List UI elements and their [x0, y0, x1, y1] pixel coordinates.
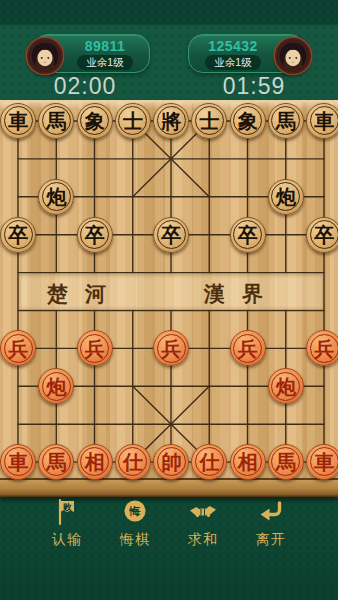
piece-character: 卒	[8, 225, 28, 245]
resign-flag-icon: 败	[52, 497, 82, 527]
piece-character: 仕	[123, 452, 143, 472]
piece-character: 士	[123, 111, 143, 131]
piece-character: 兵	[8, 339, 28, 359]
piece-red[interactable]: 仕	[115, 444, 151, 480]
action-bar: 败 认输 悔 悔棋	[0, 497, 338, 557]
draw-button[interactable]: 求和	[178, 497, 228, 549]
avatar-face-icon	[29, 40, 61, 72]
piece-character: 馬	[46, 111, 66, 131]
piece-black[interactable]: 炮	[268, 179, 304, 215]
piece-red[interactable]: 兵	[77, 330, 113, 366]
piece-character: 卒	[238, 225, 258, 245]
piece-character: 炮	[46, 187, 66, 207]
piece-red[interactable]: 炮	[268, 368, 304, 404]
piece-character: 卒	[161, 225, 181, 245]
player-right-rank-badge: 业余1级	[205, 55, 260, 70]
piece-character: 兵	[161, 339, 181, 359]
piece-character: 卒	[85, 225, 105, 245]
piece-red[interactable]: 馬	[268, 444, 304, 480]
piece-character: 將	[161, 111, 181, 131]
piece-black[interactable]: 卒	[153, 217, 189, 253]
svg-text:败: 败	[62, 502, 72, 512]
piece-character: 炮	[276, 187, 296, 207]
player-right-avatar[interactable]	[275, 38, 311, 74]
piece-character: 馬	[276, 452, 296, 472]
piece-black[interactable]: 車	[0, 103, 36, 139]
piece-black[interactable]: 將	[153, 103, 189, 139]
player-left-score: 89811	[85, 38, 126, 54]
piece-black[interactable]: 士	[191, 103, 227, 139]
piece-red[interactable]: 兵	[230, 330, 266, 366]
piece-black[interactable]: 馬	[268, 103, 304, 139]
piece-black[interactable]: 車	[306, 103, 338, 139]
piece-black[interactable]: 象	[230, 103, 266, 139]
piece-red[interactable]: 兵	[0, 330, 36, 366]
piece-character: 炮	[46, 377, 66, 397]
handshake-icon	[188, 497, 218, 527]
avatar-face-icon	[277, 40, 309, 72]
piece-black[interactable]: 象	[77, 103, 113, 139]
piece-red[interactable]: 馬	[38, 444, 74, 480]
piece-red[interactable]: 仕	[191, 444, 227, 480]
player-right-timer: 01:59	[188, 73, 320, 97]
piece-character: 兵	[85, 339, 105, 359]
resign-button[interactable]: 败 认输	[42, 497, 92, 549]
piece-character: 象	[85, 111, 105, 131]
piece-character: 車	[314, 111, 334, 131]
piece-character: 士	[199, 111, 219, 131]
piece-red[interactable]: 兵	[306, 330, 338, 366]
piece-character: 帥	[161, 452, 181, 472]
draw-label: 求和	[188, 531, 218, 549]
undo-button[interactable]: 悔 悔棋	[110, 497, 160, 549]
piece-red[interactable]: 兵	[153, 330, 189, 366]
leave-button[interactable]: 离开	[246, 497, 296, 549]
piece-character: 兵	[314, 339, 334, 359]
undo-label: 悔棋	[120, 531, 150, 549]
piece-black[interactable]: 馬	[38, 103, 74, 139]
piece-character: 車	[314, 452, 334, 472]
player-left-rank-badge: 业余1级	[77, 55, 132, 70]
leave-label: 离开	[256, 531, 286, 549]
piece-character: 仕	[199, 452, 219, 472]
piece-character: 卒	[314, 225, 334, 245]
piece-character: 馬	[46, 452, 66, 472]
svg-text:悔: 悔	[129, 505, 141, 517]
piece-character: 兵	[238, 339, 258, 359]
piece-red[interactable]: 車	[0, 444, 36, 480]
return-arrow-icon	[256, 497, 286, 527]
piece-grid[interactable]: 車馬象士將士象馬車炮炮卒卒卒卒卒兵兵兵兵兵炮炮車馬相仕帥仕相馬車	[0, 102, 338, 481]
player-right-score: 125432	[208, 38, 258, 54]
piece-red[interactable]: 相	[77, 444, 113, 480]
piece-character: 象	[238, 111, 258, 131]
piece-character: 車	[8, 111, 28, 131]
piece-black[interactable]: 卒	[306, 217, 338, 253]
piece-character: 車	[8, 452, 28, 472]
piece-red[interactable]: 相	[230, 444, 266, 480]
xiangqi-app-screen: 89811 业余1级 125432 业余1级 0	[0, 0, 338, 600]
resign-label: 认输	[52, 531, 82, 549]
piece-black[interactable]: 卒	[230, 217, 266, 253]
piece-black[interactable]: 炮	[38, 179, 74, 215]
undo-circle-icon: 悔	[120, 497, 150, 527]
player-left-avatar[interactable]	[27, 38, 63, 74]
piece-red[interactable]: 炮	[38, 368, 74, 404]
piece-black[interactable]: 卒	[77, 217, 113, 253]
player-left-timer: 02:00	[20, 73, 150, 97]
xiangqi-board: 楚河 漢界 車馬象士將士象馬車炮炮卒卒卒卒卒兵兵兵兵兵炮炮車馬相仕帥仕相馬車	[0, 100, 338, 497]
piece-red[interactable]: 帥	[153, 444, 189, 480]
piece-character: 相	[85, 452, 105, 472]
piece-black[interactable]: 卒	[0, 217, 36, 253]
piece-character: 炮	[276, 377, 296, 397]
piece-red[interactable]: 車	[306, 444, 338, 480]
piece-black[interactable]: 士	[115, 103, 151, 139]
piece-character: 馬	[276, 111, 296, 131]
piece-character: 相	[238, 452, 258, 472]
